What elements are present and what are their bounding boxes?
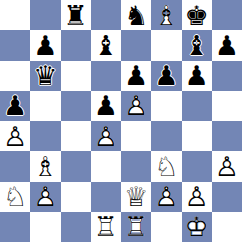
square-b1[interactable]: [30, 212, 60, 242]
piece-black-pawn: ♟: [182, 61, 212, 91]
square-b3[interactable]: ♝♗: [30, 151, 60, 181]
piece-white-pawn: ♙: [121, 91, 151, 121]
piece-white-knight-fill: ♞: [151, 151, 181, 181]
square-a1[interactable]: [0, 212, 30, 242]
piece-white-pawn-fill: ♟: [30, 182, 60, 212]
square-c3[interactable]: [61, 151, 91, 181]
square-e2[interactable]: ♛♕: [121, 182, 151, 212]
square-d1[interactable]: ♜♖: [91, 212, 121, 242]
piece-white-queen: ♕: [121, 182, 151, 212]
square-c5[interactable]: [61, 91, 91, 121]
piece-black-queen: ♛: [30, 61, 60, 91]
square-f3[interactable]: ♞♘: [151, 151, 181, 181]
piece-black-king: ♚: [182, 0, 212, 30]
square-a6[interactable]: [0, 61, 30, 91]
piece-black-pawn: ♟: [0, 91, 30, 121]
piece-white-pawn-fill: ♟: [212, 151, 242, 181]
square-b4[interactable]: [30, 121, 60, 151]
square-g6[interactable]: ♟: [182, 61, 212, 91]
square-f8[interactable]: ♝♗: [151, 0, 181, 30]
square-h3[interactable]: ♟♙: [212, 151, 242, 181]
square-a2[interactable]: ♞♘: [0, 182, 30, 212]
piece-black-pawn: ♟: [91, 91, 121, 121]
piece-white-knight: ♘: [0, 182, 30, 212]
square-g3[interactable]: [182, 151, 212, 181]
square-g1[interactable]: ♚♔: [182, 212, 212, 242]
square-b7[interactable]: ♟: [30, 30, 60, 60]
square-e4[interactable]: [121, 121, 151, 151]
square-h7[interactable]: ♟: [212, 30, 242, 60]
piece-white-knight-fill: ♞: [0, 182, 30, 212]
square-d3[interactable]: [91, 151, 121, 181]
piece-white-rook: ♖: [91, 212, 121, 242]
piece-black-bishop: ♝: [182, 30, 212, 60]
piece-white-pawn-fill: ♟: [182, 182, 212, 212]
piece-white-pawn-fill: ♟: [121, 91, 151, 121]
square-c8[interactable]: ♜: [61, 0, 91, 30]
square-d6[interactable]: [91, 61, 121, 91]
piece-black-pawn: ♟: [121, 61, 151, 91]
piece-white-queen-fill: ♛: [121, 182, 151, 212]
square-h1[interactable]: [212, 212, 242, 242]
square-h8[interactable]: [212, 0, 242, 30]
square-f4[interactable]: [151, 121, 181, 151]
square-a3[interactable]: [0, 151, 30, 181]
piece-white-pawn: ♙: [212, 151, 242, 181]
square-d7[interactable]: ♝: [91, 30, 121, 60]
chess-board: ♜♞♝♗♚♟♝♝♟♛♟♟♟♟♟♟♙♟♙♟♙♝♗♞♘♟♙♞♘♟♙♛♕♟♙♟♙♜♖♜…: [0, 0, 242, 242]
piece-white-pawn: ♙: [91, 121, 121, 151]
square-f7[interactable]: [151, 30, 181, 60]
square-f1[interactable]: [151, 212, 181, 242]
square-f5[interactable]: [151, 91, 181, 121]
square-b5[interactable]: [30, 91, 60, 121]
square-g8[interactable]: ♚: [182, 0, 212, 30]
piece-black-rook: ♜: [61, 0, 91, 30]
square-e6[interactable]: ♟: [121, 61, 151, 91]
square-c2[interactable]: [61, 182, 91, 212]
piece-white-rook-fill: ♜: [91, 212, 121, 242]
square-h6[interactable]: [212, 61, 242, 91]
piece-white-pawn: ♙: [151, 182, 181, 212]
piece-black-pawn: ♟: [151, 61, 181, 91]
piece-white-pawn-fill: ♟: [91, 121, 121, 151]
piece-white-pawn: ♙: [30, 182, 60, 212]
square-g4[interactable]: [182, 121, 212, 151]
square-d2[interactable]: [91, 182, 121, 212]
piece-black-bishop: ♝: [91, 30, 121, 60]
square-a7[interactable]: [0, 30, 30, 60]
piece-white-pawn-fill: ♟: [151, 182, 181, 212]
square-e1[interactable]: ♜♖: [121, 212, 151, 242]
square-f2[interactable]: ♟♙: [151, 182, 181, 212]
piece-white-pawn-fill: ♟: [0, 121, 30, 151]
square-c7[interactable]: [61, 30, 91, 60]
piece-white-pawn: ♙: [0, 121, 30, 151]
square-h5[interactable]: [212, 91, 242, 121]
piece-white-knight: ♘: [151, 151, 181, 181]
square-e8[interactable]: ♞: [121, 0, 151, 30]
piece-white-bishop: ♗: [151, 0, 181, 30]
square-h2[interactable]: [212, 182, 242, 212]
square-d8[interactable]: [91, 0, 121, 30]
square-c6[interactable]: [61, 61, 91, 91]
piece-white-bishop-fill: ♝: [30, 151, 60, 181]
square-d5[interactable]: ♟: [91, 91, 121, 121]
square-g2[interactable]: ♟♙: [182, 182, 212, 212]
square-e3[interactable]: [121, 151, 151, 181]
square-a4[interactable]: ♟♙: [0, 121, 30, 151]
piece-white-bishop: ♗: [30, 151, 60, 181]
piece-black-pawn: ♟: [212, 30, 242, 60]
square-f6[interactable]: ♟: [151, 61, 181, 91]
piece-white-rook: ♖: [121, 212, 151, 242]
square-b2[interactable]: ♟♙: [30, 182, 60, 212]
piece-white-king: ♔: [182, 212, 212, 242]
piece-black-knight: ♞: [121, 0, 151, 30]
piece-white-king-fill: ♚: [182, 212, 212, 242]
square-g5[interactable]: [182, 91, 212, 121]
square-e5[interactable]: ♟♙: [121, 91, 151, 121]
square-b8[interactable]: [30, 0, 60, 30]
piece-white-pawn: ♙: [182, 182, 212, 212]
square-b6[interactable]: ♛: [30, 61, 60, 91]
square-a8[interactable]: [0, 0, 30, 30]
square-d4[interactable]: ♟♙: [91, 121, 121, 151]
piece-white-rook-fill: ♜: [121, 212, 151, 242]
square-h4[interactable]: [212, 121, 242, 151]
piece-black-pawn: ♟: [30, 30, 60, 60]
square-c4[interactable]: [61, 121, 91, 151]
square-a5[interactable]: ♟: [0, 91, 30, 121]
square-g7[interactable]: ♝: [182, 30, 212, 60]
square-c1[interactable]: [61, 212, 91, 242]
piece-white-bishop-fill: ♝: [151, 0, 181, 30]
square-e7[interactable]: [121, 30, 151, 60]
